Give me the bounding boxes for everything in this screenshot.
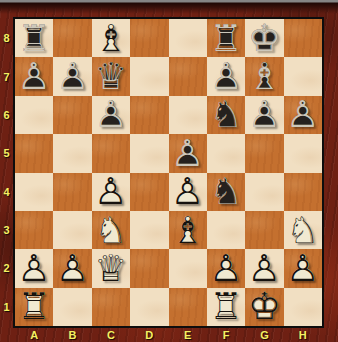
square-g3[interactable] [245,211,283,249]
square-f3[interactable] [207,211,245,249]
square-d4[interactable] [130,173,168,211]
black-pawn-outline: ♙ [92,96,130,134]
square-a2[interactable]: ♟♙ [15,249,53,287]
rank-labels: 87654321 [0,19,13,326]
square-c4[interactable]: ♟♙ [92,173,130,211]
square-d7[interactable] [130,57,168,95]
square-c8[interactable]: ♝♗ [92,19,130,57]
piece-white-pawn[interactable]: ♟♙ [207,249,245,287]
square-a5[interactable] [15,134,53,172]
square-b8[interactable] [53,19,91,57]
white-knight-outline: ♘ [284,211,322,249]
piece-black-rook[interactable]: ♜♖ [207,19,245,57]
white-pawn-outline: ♙ [207,249,245,287]
chess-board[interactable]: ♜♖♝♗♜♖♚♔♟♙♟♙♛♕♟♙♝♗♟♙♞♘♟♙♟♙♟♙♟♙♟♙♞♘♞♘♝♗♞♘… [13,17,324,328]
square-d2[interactable] [130,249,168,287]
piece-black-rook[interactable]: ♜♖ [15,19,53,57]
square-d3[interactable] [130,211,168,249]
square-g6[interactable]: ♟♙ [245,96,283,134]
square-h1[interactable] [284,288,322,326]
square-b7[interactable]: ♟♙ [53,57,91,95]
file-label-a: A [15,328,53,341]
white-pawn-outline: ♙ [53,249,91,287]
square-a1[interactable]: ♜♖ [15,288,53,326]
square-f4[interactable]: ♞♘ [207,173,245,211]
piece-white-pawn[interactable]: ♟♙ [169,173,207,211]
piece-black-pawn[interactable]: ♟♙ [169,134,207,172]
piece-black-pawn[interactable]: ♟♙ [53,57,91,95]
white-rook-outline: ♖ [207,288,245,326]
square-b3[interactable] [53,211,91,249]
black-rook-outline: ♖ [15,19,53,57]
square-d6[interactable] [130,96,168,134]
file-label-d: D [130,328,168,341]
square-d8[interactable] [130,19,168,57]
black-pawn-outline: ♙ [207,57,245,95]
white-king-outline: ♔ [245,288,283,326]
black-knight-outline: ♘ [207,173,245,211]
black-knight-outline: ♘ [207,96,245,134]
square-b2[interactable]: ♟♙ [53,249,91,287]
white-pawn-outline: ♙ [92,173,130,211]
square-c7[interactable]: ♛♕ [92,57,130,95]
square-f1[interactable]: ♜♖ [207,288,245,326]
square-e6[interactable] [169,96,207,134]
square-e2[interactable] [169,249,207,287]
square-b1[interactable] [53,288,91,326]
file-label-b: B [53,328,91,341]
black-pawn-outline: ♙ [245,96,283,134]
square-e5[interactable]: ♟♙ [169,134,207,172]
rank-label-7: 7 [0,57,13,95]
square-f2[interactable]: ♟♙ [207,249,245,287]
piece-white-bishop[interactable]: ♝♗ [169,211,207,249]
square-b4[interactable] [53,173,91,211]
black-pawn-outline: ♙ [169,134,207,172]
piece-white-pawn[interactable]: ♟♙ [53,249,91,287]
piece-black-pawn[interactable]: ♟♙ [15,57,53,95]
black-rook-outline: ♖ [207,19,245,57]
square-f8[interactable]: ♜♖ [207,19,245,57]
white-pawn-outline: ♙ [15,249,53,287]
black-pawn-outline: ♙ [284,96,322,134]
piece-black-pawn[interactable]: ♟♙ [245,96,283,134]
square-f5[interactable] [207,134,245,172]
file-label-g: G [245,328,283,341]
white-pawn-outline: ♙ [169,173,207,211]
square-g2[interactable]: ♟♙ [245,249,283,287]
white-queen-outline: ♕ [92,249,130,287]
black-king-outline: ♔ [245,19,283,57]
white-pawn-outline: ♙ [284,249,322,287]
square-c5[interactable] [92,134,130,172]
square-a8[interactable]: ♜♖ [15,19,53,57]
piece-white-rook[interactable]: ♜♖ [15,288,53,326]
rank-label-4: 4 [0,173,13,211]
file-label-c: C [92,328,130,341]
piece-black-knight[interactable]: ♞♘ [207,173,245,211]
square-c6[interactable]: ♟♙ [92,96,130,134]
square-c3[interactable]: ♞♘ [92,211,130,249]
square-h6[interactable]: ♟♙ [284,96,322,134]
square-e1[interactable] [169,288,207,326]
square-b5[interactable] [53,134,91,172]
piece-white-bishop[interactable]: ♝♗ [92,19,130,57]
square-h3[interactable]: ♞♘ [284,211,322,249]
square-a3[interactable] [15,211,53,249]
file-label-h: H [284,328,322,341]
piece-black-queen[interactable]: ♛♕ [92,57,130,95]
square-h4[interactable] [284,173,322,211]
square-h2[interactable]: ♟♙ [284,249,322,287]
square-a4[interactable] [15,173,53,211]
square-a7[interactable]: ♟♙ [15,57,53,95]
square-g1[interactable]: ♚♔ [245,288,283,326]
piece-white-knight[interactable]: ♞♘ [92,211,130,249]
square-h8[interactable] [284,19,322,57]
piece-white-pawn[interactable]: ♟♙ [15,249,53,287]
rank-label-5: 5 [0,134,13,172]
piece-white-knight[interactable]: ♞♘ [284,211,322,249]
white-rook-outline: ♖ [15,288,53,326]
rank-label-3: 3 [0,211,13,249]
piece-white-queen[interactable]: ♛♕ [92,249,130,287]
rank-label-8: 8 [0,19,13,57]
rank-label-1: 1 [0,288,13,326]
file-labels: ABCDEFGH [15,328,322,341]
square-g8[interactable]: ♚♔ [245,19,283,57]
piece-black-bishop[interactable]: ♝♗ [245,57,283,95]
square-a6[interactable] [15,96,53,134]
square-f7[interactable]: ♟♙ [207,57,245,95]
square-c2[interactable]: ♛♕ [92,249,130,287]
piece-white-pawn[interactable]: ♟♙ [92,173,130,211]
square-g7[interactable]: ♝♗ [245,57,283,95]
square-e8[interactable] [169,19,207,57]
square-d5[interactable] [130,134,168,172]
white-knight-outline: ♘ [92,211,130,249]
rank-label-2: 2 [0,249,13,287]
square-g5[interactable] [245,134,283,172]
piece-black-pawn[interactable]: ♟♙ [92,96,130,134]
black-bishop-outline: ♗ [245,57,283,95]
square-h5[interactable] [284,134,322,172]
piece-black-knight[interactable]: ♞♘ [207,96,245,134]
square-c1[interactable] [92,288,130,326]
square-h7[interactable] [284,57,322,95]
piece-black-pawn[interactable]: ♟♙ [284,96,322,134]
piece-black-pawn[interactable]: ♟♙ [207,57,245,95]
square-g4[interactable] [245,173,283,211]
square-b6[interactable] [53,96,91,134]
piece-black-king[interactable]: ♚♔ [245,19,283,57]
black-pawn-outline: ♙ [15,57,53,95]
frame-top-band [0,0,338,14]
piece-white-pawn[interactable]: ♟♙ [284,249,322,287]
black-pawn-outline: ♙ [53,57,91,95]
square-f6[interactable]: ♞♘ [207,96,245,134]
square-e3[interactable]: ♝♗ [169,211,207,249]
square-e7[interactable] [169,57,207,95]
rank-label-6: 6 [0,96,13,134]
file-label-e: E [169,328,207,341]
square-e4[interactable]: ♟♙ [169,173,207,211]
square-d1[interactable] [130,288,168,326]
piece-white-king[interactable]: ♚♔ [245,288,283,326]
chess-diagram: 87654321 ♜♖♝♗♜♖♚♔♟♙♟♙♛♕♟♙♝♗♟♙♞♘♟♙♟♙♟♙♟♙♟… [0,0,338,342]
piece-white-rook[interactable]: ♜♖ [207,288,245,326]
white-pawn-outline: ♙ [245,249,283,287]
file-label-f: F [207,328,245,341]
black-queen-outline: ♕ [92,57,130,95]
white-bishop-outline: ♗ [92,19,130,57]
piece-white-pawn[interactable]: ♟♙ [245,249,283,287]
white-bishop-outline: ♗ [169,211,207,249]
